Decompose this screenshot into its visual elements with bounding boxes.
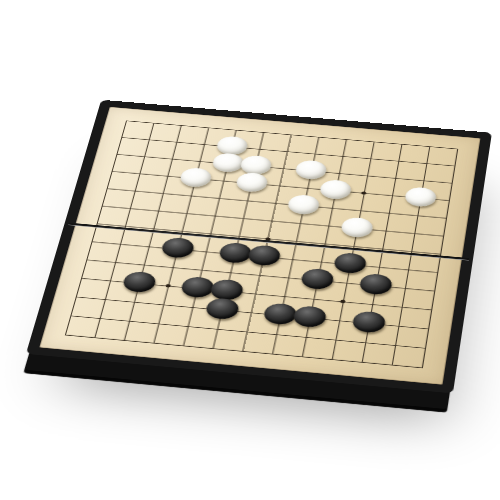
- black-stone[interactable]: [160, 237, 196, 259]
- white-stone[interactable]: [340, 216, 374, 238]
- black-stone[interactable]: [246, 244, 281, 266]
- white-stone[interactable]: [234, 172, 268, 193]
- black-stone[interactable]: [359, 273, 394, 296]
- black-stone[interactable]: [351, 310, 386, 333]
- black-stone[interactable]: [292, 305, 328, 328]
- black-stone[interactable]: [263, 302, 299, 325]
- star-point: [340, 300, 346, 304]
- white-stone[interactable]: [294, 159, 328, 180]
- star-point: [361, 191, 366, 194]
- black-stone[interactable]: [121, 271, 157, 294]
- black-stone[interactable]: [217, 242, 252, 264]
- star-point: [165, 284, 171, 288]
- board-face: [39, 107, 480, 385]
- board-scene: [0, 0, 500, 500]
- black-stone[interactable]: [204, 297, 240, 320]
- product-photo: [0, 0, 500, 500]
- go-board: [26, 100, 492, 394]
- black-stone[interactable]: [333, 252, 368, 274]
- go-grid: [65, 120, 458, 368]
- black-stone[interactable]: [300, 268, 335, 291]
- white-stone[interactable]: [404, 186, 438, 207]
- white-stone[interactable]: [178, 167, 213, 188]
- white-stone[interactable]: [287, 194, 321, 215]
- white-stone[interactable]: [319, 179, 353, 200]
